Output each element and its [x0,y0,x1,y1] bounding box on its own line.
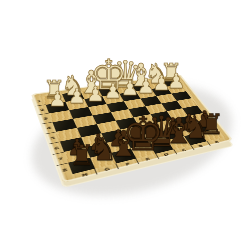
product-photo: 12345678 HGFEDCBA ♜♞♝♛♚♝♞♜♟♟♟♟♟♟♟♟♟♟♟♟♟♟… [0,0,250,250]
